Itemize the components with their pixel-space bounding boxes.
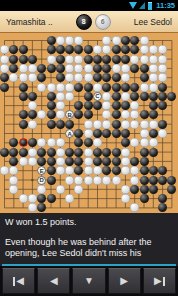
black-stone [84, 55, 93, 64]
white-stone [37, 185, 46, 194]
white-stone [28, 157, 37, 166]
white-stone [130, 55, 139, 64]
white-stone [56, 157, 65, 166]
black-stone [84, 45, 93, 54]
white-stone [121, 120, 130, 129]
black-stone [93, 55, 102, 64]
white-stone [84, 176, 93, 185]
black-stone [121, 83, 130, 92]
white-stone [140, 138, 149, 147]
white-stone [84, 148, 93, 157]
black-stone [0, 148, 9, 157]
black-stone [47, 110, 56, 119]
black-stone [93, 148, 102, 157]
black-stone [149, 148, 158, 157]
white-stone [65, 176, 74, 185]
white-stone [28, 194, 37, 203]
black-stone [84, 101, 93, 110]
wifi-icon [129, 2, 137, 9]
white-stone [140, 129, 149, 138]
white-stone [149, 73, 158, 82]
status-bar: 11:35 [0, 0, 178, 11]
black-stone [140, 166, 149, 175]
black-stone [47, 36, 56, 45]
black-stone [112, 92, 121, 101]
white-stone [65, 55, 74, 64]
white-stone [28, 148, 37, 157]
black-stone [9, 148, 18, 157]
white-stone [37, 83, 46, 92]
white-stone [47, 83, 56, 92]
black-stone [149, 92, 158, 101]
comment-text: Even though he was behind after the open… [5, 237, 173, 259]
black-stone [74, 148, 83, 157]
white-stone [0, 64, 9, 73]
black-stone [112, 120, 121, 129]
white-stone [149, 55, 158, 64]
white-stone [56, 101, 65, 110]
white-stone [93, 83, 102, 92]
black-stone [140, 110, 149, 119]
black-stone [140, 176, 149, 185]
black-stone [121, 101, 130, 110]
white-stone [140, 36, 149, 45]
white-stone [84, 166, 93, 175]
black-stone [47, 166, 56, 175]
go-board[interactable]: ABCDE [0, 33, 178, 213]
black-stone [149, 129, 158, 138]
black-stone [65, 157, 74, 166]
black-stone [112, 129, 121, 138]
navigation-bar: ◀ ◀ ▼ ▶ ▶ [0, 266, 178, 296]
black-stone [56, 73, 65, 82]
down-button[interactable]: ▼ [72, 268, 105, 294]
black-stone [140, 194, 149, 203]
white-captures-badge: 6 [95, 14, 111, 30]
black-stone [47, 92, 56, 101]
black-stone [158, 92, 167, 101]
black-stone [47, 194, 56, 203]
white-stone [47, 55, 56, 64]
black-stone [93, 157, 102, 166]
black-stone [28, 92, 37, 101]
black-stone [47, 157, 56, 166]
white-stone [19, 157, 28, 166]
white-stone [28, 101, 37, 110]
white-stone [130, 120, 139, 129]
black-stone [19, 110, 28, 119]
black-stone [0, 83, 9, 92]
black-stone [121, 129, 130, 138]
white-stone [56, 36, 65, 45]
white-stone [19, 64, 28, 73]
black-stone [19, 138, 28, 147]
app-screen: 11:35 Yamashita .. 8 6 Lee Sedol ABCDE W… [0, 0, 178, 296]
point-label-C: C [93, 92, 102, 101]
black-stone [74, 83, 83, 92]
black-stone [112, 110, 121, 119]
black-stone [112, 166, 121, 175]
black-stone [19, 120, 28, 129]
bar-icon [13, 277, 15, 286]
black-stone [56, 120, 65, 129]
white-stone [84, 64, 93, 73]
white-stone [93, 120, 102, 129]
black-stone [102, 148, 111, 157]
white-stone [121, 64, 130, 73]
white-stone [121, 157, 130, 166]
bar-icon [163, 277, 165, 286]
black-stone [84, 83, 93, 92]
white-stone [28, 64, 37, 73]
white-stone [84, 120, 93, 129]
rewind-icon: ◀ [16, 276, 24, 286]
white-stone [93, 176, 102, 185]
black-stone [112, 101, 121, 110]
black-stone [84, 92, 93, 101]
black-stone [149, 176, 158, 185]
black-stone [158, 83, 167, 92]
black-stone [47, 101, 56, 110]
black-stone [56, 55, 65, 64]
white-stone [112, 36, 121, 45]
black-stone [102, 55, 111, 64]
first-move-button[interactable]: ◀ [2, 268, 35, 294]
black-stone [112, 83, 121, 92]
black-stone [112, 157, 121, 166]
black-stone [140, 64, 149, 73]
white-stone [158, 64, 167, 73]
black-stone [121, 55, 130, 64]
comment-panel: W won 1.5 points. Even though he was beh… [0, 213, 178, 266]
white-stone [84, 157, 93, 166]
black-stone [47, 64, 56, 73]
white-stone [149, 120, 158, 129]
capture-badges: 8 6 [76, 14, 111, 30]
black-stone [19, 55, 28, 64]
white-stone [121, 148, 130, 157]
white-stone [140, 55, 149, 64]
black-stone [158, 176, 167, 185]
white-stone [47, 138, 56, 147]
black-stone [37, 148, 46, 157]
signal-icon [139, 2, 145, 9]
white-stone [112, 64, 121, 73]
black-stone [112, 73, 121, 82]
black-stone [112, 55, 121, 64]
game-header: Yamashita .. 8 6 Lee Sedol [0, 11, 178, 33]
white-stone [149, 83, 158, 92]
black-stone [47, 45, 56, 54]
white-stone [19, 194, 28, 203]
black-stone [19, 92, 28, 101]
white-stone [158, 55, 167, 64]
black-stone [140, 73, 149, 82]
black-stone [102, 83, 111, 92]
black-stone [47, 176, 56, 185]
clock-text: 11:35 [156, 2, 175, 10]
next-move-button[interactable]: ▶ [108, 268, 141, 294]
black-stone [93, 64, 102, 73]
result-text: W won 1.5 points. [5, 217, 173, 227]
left-arrow-icon: ◀ [50, 276, 58, 286]
black-stone [112, 148, 121, 157]
black-stone [28, 55, 37, 64]
white-stone [149, 64, 158, 73]
black-stone [140, 157, 149, 166]
player-white-name: Lee Sedol [134, 17, 172, 27]
white-stone [28, 120, 37, 129]
forward-icon: ▶ [154, 276, 162, 286]
white-stone [9, 176, 18, 185]
white-stone [112, 176, 121, 185]
black-stone [112, 45, 121, 54]
white-stone [56, 185, 65, 194]
black-stone [19, 148, 28, 157]
black-stone [130, 92, 139, 101]
black-stone [19, 45, 28, 54]
black-stone [47, 120, 56, 129]
black-stone [158, 120, 167, 129]
black-stone [167, 176, 176, 185]
black-stone [65, 148, 74, 157]
last-move-button[interactable]: ▶ [143, 268, 176, 294]
white-stone [65, 92, 74, 101]
black-stone [9, 55, 18, 64]
white-stone [84, 73, 93, 82]
white-stone [74, 55, 83, 64]
white-stone [84, 129, 93, 138]
white-stone [19, 73, 28, 82]
black-stone [149, 166, 158, 175]
white-stone [74, 176, 83, 185]
point-label-D: D [37, 176, 46, 185]
black-stone [47, 148, 56, 157]
black-stone [121, 36, 130, 45]
black-stone [130, 185, 139, 194]
black-stone [140, 92, 149, 101]
black-stone [149, 101, 158, 110]
black-stone [93, 129, 102, 138]
white-stone [130, 176, 139, 185]
white-stone [140, 83, 149, 92]
white-stone [0, 55, 9, 64]
white-stone [65, 83, 74, 92]
black-captures-badge: 8 [76, 14, 92, 30]
white-stone [56, 83, 65, 92]
white-stone [140, 45, 149, 54]
black-stone [19, 83, 28, 92]
battery-icon [148, 2, 152, 10]
white-stone [140, 120, 149, 129]
black-stone [149, 185, 158, 194]
black-stone [140, 185, 149, 194]
player-black-name: Yamashita .. [6, 17, 53, 27]
white-stone [102, 120, 111, 129]
white-stone [56, 166, 65, 175]
black-stone [84, 138, 93, 147]
white-stone [102, 176, 111, 185]
black-stone [56, 64, 65, 73]
black-stone [130, 83, 139, 92]
white-stone [56, 148, 65, 157]
white-stone [56, 92, 65, 101]
prev-move-button[interactable]: ◀ [37, 268, 70, 294]
white-stone [65, 64, 74, 73]
white-stone [121, 92, 130, 101]
right-arrow-icon: ▶ [120, 276, 128, 286]
down-arrow-icon: ▼ [84, 276, 94, 286]
black-stone [65, 120, 74, 129]
black-stone [140, 148, 149, 157]
white-stone [121, 194, 130, 203]
white-stone [121, 185, 130, 194]
